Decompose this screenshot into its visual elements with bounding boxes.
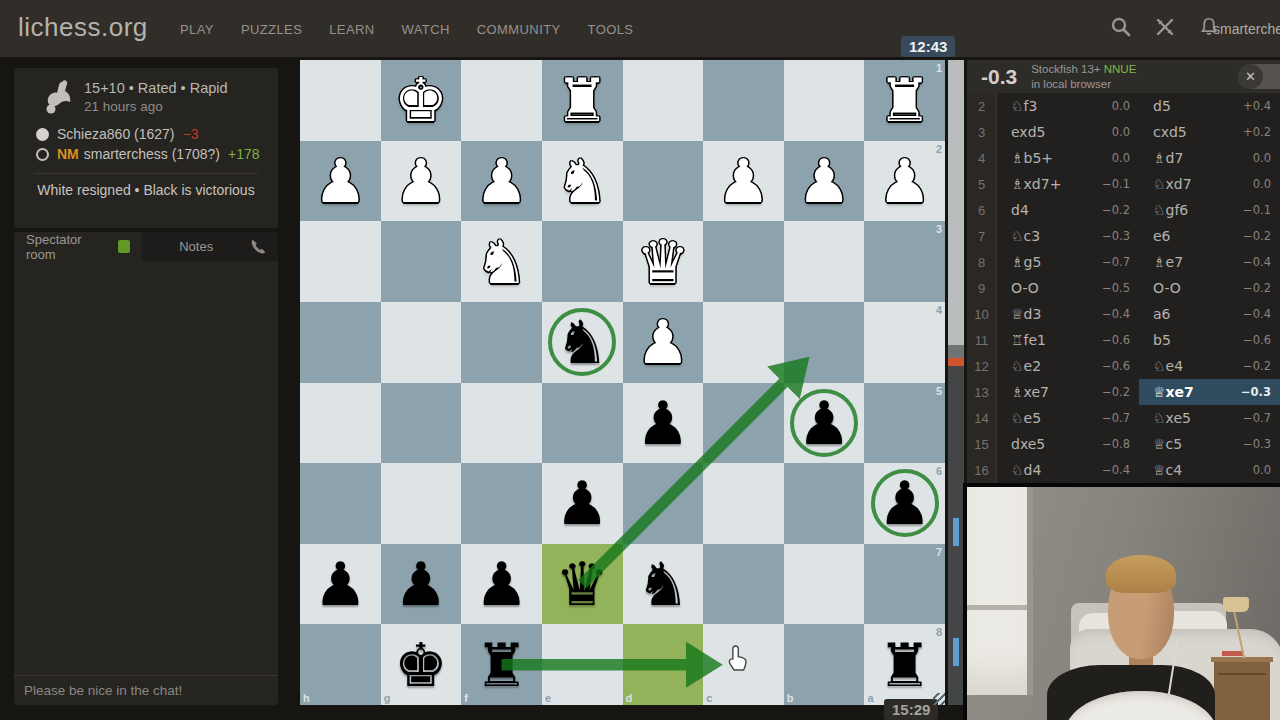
move-san: ♕c5 (1153, 436, 1182, 452)
square-h7[interactable]: ♟ (300, 544, 381, 625)
square-c3[interactable] (703, 221, 784, 302)
move-row-10: 10♕d3−0.4a6−0.4 (967, 301, 1280, 327)
player-white[interactable]: Schieza860 (1627) −3 (14, 124, 278, 144)
black-pawn-h7[interactable]: ♟ (300, 544, 381, 625)
move-san: d4 (1011, 202, 1029, 218)
square-a5[interactable]: 5 (864, 383, 945, 464)
square-d7[interactable]: ♞ (623, 544, 704, 625)
black-pawn-g7[interactable]: ♟ (381, 544, 462, 625)
rapid-rabbit-icon (42, 80, 72, 116)
move-10-white[interactable]: ♕d3−0.4 (997, 301, 1139, 327)
move-san: cxd5 (1153, 124, 1187, 140)
move-3-white[interactable]: exd50.0 (997, 119, 1139, 145)
square-g8[interactable]: ♚g (381, 624, 462, 705)
move-eval: −0.4 (1243, 307, 1271, 321)
nav-item-tools[interactable]: TOOLS (588, 22, 634, 37)
move-eval: −0.6 (1243, 333, 1271, 347)
rank-label-8: 8 (936, 626, 942, 638)
move-san: e6 (1153, 228, 1171, 244)
move-16-black[interactable]: ♕c40.0 (1139, 457, 1280, 483)
move-row-4: 4♗b5+0.0♗d70.0 (967, 145, 1280, 171)
move-san: ♘gf6 (1153, 202, 1188, 218)
move-number: 4 (967, 145, 997, 171)
square-e8[interactable]: e (542, 624, 623, 705)
rank-label-7: 7 (936, 546, 942, 558)
move-row-5: 5♗xd7+−0.1♘xd70.0 (967, 171, 1280, 197)
move-san: ♗g5 (1011, 254, 1041, 270)
move-san: O-O (1011, 280, 1039, 296)
square-h5[interactable] (300, 383, 381, 464)
white-pawn-b2[interactable]: ♟ (784, 141, 865, 222)
move-eval: 0.0 (1112, 99, 1130, 113)
square-d2[interactable] (623, 141, 704, 222)
move-san: ♘xd7 (1153, 176, 1192, 192)
move-number: 2 (967, 93, 997, 119)
square-c7[interactable] (703, 544, 784, 625)
move-14-white[interactable]: ♘e5−0.7 (997, 405, 1139, 431)
crossed-swords-icon[interactable] (1154, 16, 1176, 38)
move-number: 8 (967, 249, 997, 275)
move-row-8: 8♗g5−0.7♗e7−0.4 (967, 249, 1280, 275)
lichess-logo[interactable]: lichess.org (18, 12, 148, 43)
move-row-11: 11♖fe1−0.6b5−0.6 (967, 327, 1280, 353)
black-player-title: NM (57, 146, 79, 162)
square-b7[interactable] (784, 544, 865, 625)
move-number: 11 (967, 327, 997, 353)
move-eval: −0.7 (1102, 411, 1130, 425)
move-number: 13 (967, 379, 997, 405)
eval-gauge (948, 60, 964, 705)
move-12-white[interactable]: ♘e2−0.6 (997, 353, 1139, 379)
square-h8[interactable]: h (300, 624, 381, 705)
move-number: 5 (967, 171, 997, 197)
square-c4[interactable] (703, 302, 784, 383)
square-a1[interactable]: ♜1 (864, 60, 945, 141)
square-c6[interactable] (703, 463, 784, 544)
move-12-black[interactable]: ♘e4−0.2 (1139, 353, 1280, 379)
move-5-black[interactable]: ♘xd70.0 (1139, 171, 1280, 197)
move-san: b5 (1153, 332, 1171, 348)
square-h6[interactable] (300, 463, 381, 544)
nav-item-learn[interactable]: LEARN (329, 22, 374, 37)
move-eval: −0.7 (1243, 411, 1271, 425)
square-c1[interactable] (703, 60, 784, 141)
file-label-g: g (384, 692, 391, 704)
last-move-highlight (623, 624, 704, 705)
move-san: ♕xe7 (1153, 384, 1194, 400)
move-eval: −0.2 (1243, 281, 1271, 295)
square-e6[interactable]: ♟ (542, 463, 623, 544)
chat-toggle-checkbox[interactable] (118, 240, 130, 253)
square-d5[interactable]: ♟ (623, 383, 704, 464)
move-number: 14 (967, 405, 997, 431)
engine-location: in local browser (1031, 77, 1136, 91)
square-d8[interactable]: d (623, 624, 704, 705)
chat-panel: Spectator room Notes Please be nice in t… (14, 232, 278, 705)
move-number: 6 (967, 197, 997, 223)
black-pawn-e6[interactable]: ♟ (542, 463, 623, 544)
engine-eval: -0.3 (967, 65, 1031, 89)
square-f3[interactable]: ♞ (461, 221, 542, 302)
move-san: ♘d4 (1011, 462, 1041, 478)
square-b2[interactable]: ♟ (784, 141, 865, 222)
nav-item-watch[interactable]: WATCH (402, 22, 450, 37)
move-san: ♘c3 (1011, 228, 1040, 244)
square-a6[interactable]: ♟6 (864, 463, 945, 544)
engine-nnue-badge: NNUE (1104, 63, 1137, 75)
move-list: 2♘f30.0d5+0.43exd50.0cxd5+0.24♗b5+0.0♗d7… (967, 93, 1280, 483)
file-label-e: e (545, 692, 551, 704)
move-san: ♘xe5 (1153, 410, 1191, 426)
square-d3[interactable]: ♛ (623, 221, 704, 302)
white-knight-f3[interactable]: ♞ (461, 221, 542, 302)
square-a4[interactable]: 4 (864, 302, 945, 383)
engine-header: -0.3 Stockfish 13+ NNUE in local browser… (967, 60, 1280, 93)
square-e3[interactable] (542, 221, 623, 302)
rank-label-5: 5 (936, 385, 942, 397)
black-pawn-f7[interactable]: ♟ (461, 544, 542, 625)
chat-messages (14, 261, 278, 675)
move-san: ♕c4 (1153, 462, 1182, 478)
move-eval: 0.0 (1253, 177, 1271, 191)
square-b4[interactable] (784, 302, 865, 383)
move-4-white[interactable]: ♗b5+0.0 (997, 145, 1139, 171)
square-b3[interactable] (784, 221, 865, 302)
move-san: exd5 (1011, 124, 1045, 140)
square-d4[interactable]: ♟ (623, 302, 704, 383)
username-menu[interactable]: smarterchess (1213, 21, 1280, 37)
nav-item-play[interactable]: PLAY (180, 22, 214, 37)
white-knight-e2[interactable]: ♞ (542, 141, 623, 222)
black-knight-d7[interactable]: ♞ (623, 544, 704, 625)
gauge-zero-tick (948, 358, 964, 366)
move-number: 15 (967, 431, 997, 457)
move-eval: −0.7 (1102, 255, 1130, 269)
square-h2[interactable]: ♟ (300, 141, 381, 222)
white-player-name: Schieza860 (1627) (57, 126, 175, 142)
gauge-tick (953, 518, 959, 546)
move-11-black[interactable]: b5−0.6 (1139, 327, 1280, 353)
rank-label-2: 2 (936, 143, 942, 155)
move-number: 10 (967, 301, 997, 327)
square-c5[interactable] (703, 383, 784, 464)
move-row-12: 12♘e2−0.6♘e4−0.2 (967, 353, 1280, 379)
nav-item-puzzles[interactable]: PUZZLES (241, 22, 302, 37)
move-8-black[interactable]: ♗e7−0.4 (1139, 249, 1280, 275)
move-4-black[interactable]: ♗d70.0 (1139, 145, 1280, 171)
move-eval: −0.2 (1102, 203, 1130, 217)
move-14-black[interactable]: ♘xe5−0.7 (1139, 405, 1280, 431)
move-3-black[interactable]: cxd5+0.2 (1139, 119, 1280, 145)
square-e7[interactable]: ♛ (542, 544, 623, 625)
move-eval: 0.0 (1112, 151, 1130, 165)
move-eval: 0.0 (1112, 125, 1130, 139)
move-row-16: 16♘d4−0.4♕c40.0 (967, 457, 1280, 483)
move-number: 3 (967, 119, 997, 145)
move-eval: −0.4 (1102, 307, 1130, 321)
rank-label-1: 1 (936, 62, 942, 74)
square-d6[interactable] (623, 463, 704, 544)
tab-notes[interactable]: Notes (142, 232, 250, 261)
move-row-13: 13♗xe7−0.2♕xe7−0.3 (967, 379, 1280, 405)
white-queen-d3[interactable]: ♛ (623, 221, 704, 302)
move-san: ♖fe1 (1011, 332, 1046, 348)
analysis-panel: -0.3 Stockfish 13+ NNUE in local browser… (967, 60, 1280, 483)
square-c8[interactable]: c (703, 624, 784, 705)
file-label-b: b (787, 692, 794, 704)
square-d1[interactable] (623, 60, 704, 141)
move-eval: −0.4 (1102, 463, 1130, 477)
move-san: ♘f3 (1011, 98, 1037, 114)
black-rating-delta: +178 (228, 146, 260, 162)
move-eval: −0.6 (1102, 333, 1130, 347)
engine-toggle-close-icon[interactable]: ✕ (1238, 64, 1263, 89)
move-13-white[interactable]: ♗xe7−0.2 (997, 379, 1139, 405)
square-g2[interactable]: ♟ (381, 141, 462, 222)
move-row-9: 9O-O−0.5O-O−0.2 (967, 275, 1280, 301)
square-h3[interactable] (300, 221, 381, 302)
black-king-g8[interactable]: ♚ (381, 624, 462, 705)
white-rating-delta: −3 (183, 126, 199, 142)
square-f6[interactable] (461, 463, 542, 544)
rank-label-4: 4 (936, 304, 942, 316)
move-eval: +0.4 (1243, 99, 1271, 113)
square-a2[interactable]: ♟2 (864, 141, 945, 222)
top-navbar: lichess.org PLAY PUZZLES LEARN WATCH COM… (0, 0, 1280, 57)
webcam-overlay (963, 483, 1280, 720)
move-san: a6 (1153, 306, 1171, 322)
white-pawn-h2[interactable]: ♟ (300, 141, 381, 222)
move-san: dxe5 (1011, 436, 1045, 452)
move-eval: −0.1 (1243, 203, 1271, 217)
move-2-white[interactable]: ♘f30.0 (997, 93, 1139, 119)
move-san: ♗d7 (1153, 150, 1183, 166)
move-number: 9 (967, 275, 997, 301)
square-g1[interactable]: ♚ (381, 60, 462, 141)
square-h4[interactable] (300, 302, 381, 383)
move-eval: −0.2 (1102, 385, 1130, 399)
rank-label-3: 3 (936, 223, 942, 235)
square-b5[interactable]: ♟ (784, 383, 865, 464)
move-number: 16 (967, 457, 997, 483)
file-label-a: a (867, 692, 873, 704)
move-eval: −0.3 (1241, 385, 1271, 399)
file-label-h: h (303, 692, 310, 704)
meta-divider (34, 173, 258, 174)
square-e4[interactable]: ♞ (542, 302, 623, 383)
move-2-black[interactable]: d5+0.4 (1139, 93, 1280, 119)
move-eval: −0.8 (1102, 437, 1130, 451)
move-row-15: 15dxe5−0.8♕c5−0.3 (967, 431, 1280, 457)
move-10-black[interactable]: a6−0.4 (1139, 301, 1280, 327)
square-f1[interactable] (461, 60, 542, 141)
square-g6[interactable] (381, 463, 462, 544)
black-color-icon (36, 148, 49, 161)
black-pawn-d5[interactable]: ♟ (623, 383, 704, 464)
move-row-14: 14♘e5−0.7♘xe5−0.7 (967, 405, 1280, 431)
move-san: ♗xe7 (1011, 384, 1049, 400)
white-pawn-f2[interactable]: ♟ (461, 141, 542, 222)
webcam-lamp (1223, 597, 1249, 612)
move-13-black[interactable]: ♕xe7−0.3 (1139, 379, 1280, 405)
chess-board: ♚♜♜1♟♟♟♞♟♟♟2♞♛3♞♟4♟♟5♟♟6♟♟♟♛♞7h♚g♜fedcb♜… (300, 60, 945, 705)
move-11-white[interactable]: ♖fe1−0.6 (997, 327, 1139, 353)
square-g4[interactable] (381, 302, 462, 383)
square-f5[interactable] (461, 383, 542, 464)
black-rook-f8[interactable]: ♜ (461, 624, 542, 705)
square-f2[interactable]: ♟ (461, 141, 542, 222)
white-rook-a1[interactable]: ♜ (864, 60, 945, 141)
square-f7[interactable]: ♟ (461, 544, 542, 625)
square-b8[interactable]: b (784, 624, 865, 705)
black-player-name: smarterchess (1708?) (84, 146, 220, 162)
move-row-6: 6d4−0.2♘gf6−0.1 (967, 197, 1280, 223)
move-7-black[interactable]: e6−0.2 (1139, 223, 1280, 249)
square-e2[interactable]: ♞ (542, 141, 623, 222)
engine-name: Stockfish 13+ (1031, 63, 1100, 75)
game-meta-panel: 15+10 • Rated • Rapid 21 hours ago Schie… (14, 68, 278, 228)
file-label-d: d (626, 692, 633, 704)
square-g3[interactable] (381, 221, 462, 302)
phone-icon[interactable] (250, 238, 268, 256)
square-f8[interactable]: ♜f (461, 624, 542, 705)
move-eval: −0.3 (1243, 437, 1271, 451)
clock-white: 12:43 (901, 36, 955, 57)
move-row-2: 2♘f30.0d5+0.4 (967, 93, 1280, 119)
move-7-white[interactable]: ♘c3−0.3 (997, 223, 1139, 249)
webcam-nightstand (1214, 657, 1270, 720)
square-g5[interactable] (381, 383, 462, 464)
move-eval: +0.2 (1243, 125, 1271, 139)
move-san: ♘e2 (1011, 358, 1041, 374)
move-row-3: 3exd50.0cxd5+0.2 (967, 119, 1280, 145)
move-eval: 0.0 (1253, 151, 1271, 165)
move-6-black[interactable]: ♘gf6−0.1 (1139, 197, 1280, 223)
square-a3[interactable]: 3 (864, 221, 945, 302)
webcam-window (967, 487, 1033, 695)
move-15-black[interactable]: ♕c5−0.3 (1139, 431, 1280, 457)
file-label-c: c (706, 692, 712, 704)
search-icon[interactable] (1110, 16, 1132, 38)
move-9-black[interactable]: O-O−0.2 (1139, 275, 1280, 301)
move-eval: −0.5 (1102, 281, 1130, 295)
move-5-white[interactable]: ♗xd7+−0.1 (997, 171, 1139, 197)
move-eval: −0.6 (1102, 359, 1130, 373)
move-san: ♕d3 (1011, 306, 1041, 322)
move-san: ♘e5 (1011, 410, 1041, 426)
game-result: White resigned • Black is victorious (14, 182, 278, 198)
move-eval: 0.0 (1253, 463, 1271, 477)
move-eval: −0.3 (1102, 229, 1130, 243)
move-san: ♗e7 (1153, 254, 1183, 270)
file-label-f: f (464, 692, 468, 704)
tab-spectator-room[interactable]: Spectator room (14, 232, 142, 261)
white-king-g1[interactable]: ♚ (381, 60, 462, 141)
move-8-white[interactable]: ♗g5−0.7 (997, 249, 1139, 275)
move-eval: −0.4 (1243, 255, 1271, 269)
white-rook-e1[interactable]: ♜ (542, 60, 623, 141)
black-queen-e7[interactable]: ♛ (542, 544, 623, 625)
move-eval: −0.1 (1102, 177, 1130, 191)
move-6-white[interactable]: d4−0.2 (997, 197, 1139, 223)
move-eval: −0.2 (1243, 229, 1271, 243)
move-san: d5 (1153, 98, 1171, 114)
move-9-white[interactable]: O-O−0.5 (997, 275, 1139, 301)
square-a7[interactable]: 7 (864, 544, 945, 625)
move-15-white[interactable]: dxe5−0.8 (997, 431, 1139, 457)
black-knight-e4[interactable]: ♞ (542, 302, 623, 383)
move-san: O-O (1153, 280, 1181, 296)
game-time-ago: 21 hours ago (84, 99, 228, 114)
board-resize-handle[interactable] (933, 693, 945, 705)
square-g7[interactable]: ♟ (381, 544, 462, 625)
game-setup: 15+10 • Rated • Rapid (84, 80, 228, 96)
square-c2[interactable]: ♟ (703, 141, 784, 222)
rank-label-6: 6 (936, 465, 942, 477)
nav-menu: PLAY PUZZLES LEARN WATCH COMMUNITY TOOLS (180, 22, 633, 37)
move-san: ♘e4 (1153, 358, 1183, 374)
square-b1[interactable] (784, 60, 865, 141)
move-number: 12 (967, 353, 997, 379)
square-e5[interactable] (542, 383, 623, 464)
engine-toggle-switch[interactable]: ✕ (1238, 64, 1280, 89)
white-pawn-g2[interactable]: ♟ (381, 141, 462, 222)
black-pawn-b5[interactable]: ♟ (784, 383, 865, 464)
chat-input[interactable]: Please be nice in the chat! (14, 675, 278, 705)
move-row-7: 7♘c3−0.3e6−0.2 (967, 223, 1280, 249)
nav-item-community[interactable]: COMMUNITY (477, 22, 561, 37)
white-pawn-d4[interactable]: ♟ (623, 302, 704, 383)
square-h1[interactable] (300, 60, 381, 141)
move-san: ♗xd7+ (1011, 176, 1061, 192)
player-black[interactable]: NM smarterchess (1708?) +178 (14, 144, 278, 164)
gauge-tick (953, 638, 959, 666)
move-eval: −0.2 (1243, 359, 1271, 373)
move-16-white[interactable]: ♘d4−0.4 (997, 457, 1139, 483)
white-pawn-a2[interactable]: ♟ (864, 141, 945, 222)
black-pawn-a6[interactable]: ♟ (864, 463, 945, 544)
square-e1[interactable]: ♜ (542, 60, 623, 141)
move-san: ♗b5+ (1011, 150, 1053, 166)
move-number: 7 (967, 223, 997, 249)
square-f4[interactable] (461, 302, 542, 383)
square-b6[interactable] (784, 463, 865, 544)
white-pawn-c2[interactable]: ♟ (703, 141, 784, 222)
white-color-icon (36, 128, 49, 141)
